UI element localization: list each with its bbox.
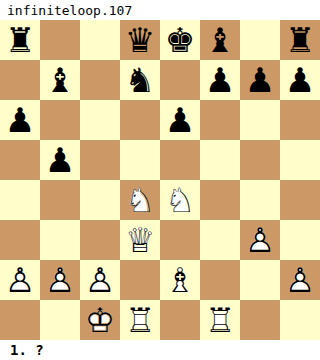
white-knight-piece-fill: ♞ bbox=[120, 180, 160, 220]
square-h2[interactable]: ♟♙ bbox=[280, 260, 320, 300]
square-a6[interactable]: ♟ bbox=[0, 100, 40, 140]
square-b6[interactable] bbox=[40, 100, 80, 140]
square-b4[interactable] bbox=[40, 180, 80, 220]
white-rook-piece-fill: ♜ bbox=[200, 300, 240, 340]
white-king-piece-fill: ♚ bbox=[80, 300, 120, 340]
square-b1[interactable] bbox=[40, 300, 80, 340]
black-rook-piece: ♜ bbox=[280, 20, 320, 60]
white-pawn-piece: ♙ bbox=[0, 260, 40, 300]
square-d4[interactable]: ♞♘ bbox=[120, 180, 160, 220]
white-queen-piece: ♕ bbox=[120, 220, 160, 260]
square-a3[interactable] bbox=[0, 220, 40, 260]
square-g1[interactable] bbox=[240, 300, 280, 340]
chess-board: ♜♛♚♝♜♝♞♟♟♟♟♟♟♞♘♞♘♛♕♟♙♟♙♟♙♟♙♝♗♟♙♚♔♜♖♜♖ bbox=[0, 20, 320, 340]
white-knight-piece: ♘ bbox=[160, 180, 200, 220]
square-f4[interactable] bbox=[200, 180, 240, 220]
square-h1[interactable] bbox=[280, 300, 320, 340]
black-pawn-piece: ♟ bbox=[280, 60, 320, 100]
square-a2[interactable]: ♟♙ bbox=[0, 260, 40, 300]
black-pawn-piece: ♟ bbox=[40, 140, 80, 180]
square-e6[interactable]: ♟ bbox=[160, 100, 200, 140]
square-h4[interactable] bbox=[280, 180, 320, 220]
square-g6[interactable] bbox=[240, 100, 280, 140]
square-g2[interactable] bbox=[240, 260, 280, 300]
square-d8[interactable]: ♛ bbox=[120, 20, 160, 60]
square-h6[interactable] bbox=[280, 100, 320, 140]
black-rook-piece: ♜ bbox=[0, 20, 40, 60]
square-b5[interactable]: ♟ bbox=[40, 140, 80, 180]
square-g8[interactable] bbox=[240, 20, 280, 60]
square-h8[interactable]: ♜ bbox=[280, 20, 320, 60]
square-e8[interactable]: ♚ bbox=[160, 20, 200, 60]
white-pawn-piece-fill: ♟ bbox=[40, 260, 80, 300]
square-a8[interactable]: ♜ bbox=[0, 20, 40, 60]
white-knight-piece: ♘ bbox=[120, 180, 160, 220]
black-bishop-piece: ♝ bbox=[40, 60, 80, 100]
black-bishop-piece: ♝ bbox=[200, 20, 240, 60]
square-c2[interactable]: ♟♙ bbox=[80, 260, 120, 300]
square-d5[interactable] bbox=[120, 140, 160, 180]
white-pawn-piece: ♙ bbox=[80, 260, 120, 300]
move-prompt: 1. ? bbox=[0, 340, 320, 360]
square-g4[interactable] bbox=[240, 180, 280, 220]
white-queen-piece-fill: ♛ bbox=[120, 220, 160, 260]
white-bishop-piece-fill: ♝ bbox=[160, 260, 200, 300]
square-c4[interactable] bbox=[80, 180, 120, 220]
square-c5[interactable] bbox=[80, 140, 120, 180]
square-f2[interactable] bbox=[200, 260, 240, 300]
square-h3[interactable] bbox=[280, 220, 320, 260]
square-a5[interactable] bbox=[0, 140, 40, 180]
white-knight-piece-fill: ♞ bbox=[160, 180, 200, 220]
square-f8[interactable]: ♝ bbox=[200, 20, 240, 60]
square-d1[interactable]: ♜♖ bbox=[120, 300, 160, 340]
square-c8[interactable] bbox=[80, 20, 120, 60]
square-e3[interactable] bbox=[160, 220, 200, 260]
square-e4[interactable]: ♞♘ bbox=[160, 180, 200, 220]
white-pawn-piece: ♙ bbox=[280, 260, 320, 300]
black-pawn-piece: ♟ bbox=[160, 100, 200, 140]
white-pawn-piece-fill: ♟ bbox=[280, 260, 320, 300]
square-f1[interactable]: ♜♖ bbox=[200, 300, 240, 340]
square-a1[interactable] bbox=[0, 300, 40, 340]
square-h5[interactable] bbox=[280, 140, 320, 180]
square-d3[interactable]: ♛♕ bbox=[120, 220, 160, 260]
white-pawn-piece-fill: ♟ bbox=[80, 260, 120, 300]
square-b7[interactable]: ♝ bbox=[40, 60, 80, 100]
white-bishop-piece: ♗ bbox=[160, 260, 200, 300]
black-king-piece: ♚ bbox=[160, 20, 200, 60]
square-e7[interactable] bbox=[160, 60, 200, 100]
square-c6[interactable] bbox=[80, 100, 120, 140]
square-f7[interactable]: ♟ bbox=[200, 60, 240, 100]
square-c3[interactable] bbox=[80, 220, 120, 260]
square-a4[interactable] bbox=[0, 180, 40, 220]
square-g5[interactable] bbox=[240, 140, 280, 180]
square-a7[interactable] bbox=[0, 60, 40, 100]
square-d6[interactable] bbox=[120, 100, 160, 140]
white-pawn-piece-fill: ♟ bbox=[240, 220, 280, 260]
square-f3[interactable] bbox=[200, 220, 240, 260]
black-pawn-piece: ♟ bbox=[240, 60, 280, 100]
square-b2[interactable]: ♟♙ bbox=[40, 260, 80, 300]
square-d2[interactable] bbox=[120, 260, 160, 300]
square-g3[interactable]: ♟♙ bbox=[240, 220, 280, 260]
square-f5[interactable] bbox=[200, 140, 240, 180]
black-queen-piece: ♛ bbox=[120, 20, 160, 60]
square-g7[interactable]: ♟ bbox=[240, 60, 280, 100]
white-pawn-piece: ♙ bbox=[40, 260, 80, 300]
black-knight-piece: ♞ bbox=[120, 60, 160, 100]
square-b3[interactable] bbox=[40, 220, 80, 260]
white-pawn-piece: ♙ bbox=[240, 220, 280, 260]
square-b8[interactable] bbox=[40, 20, 80, 60]
white-rook-piece: ♖ bbox=[120, 300, 160, 340]
square-h7[interactable]: ♟ bbox=[280, 60, 320, 100]
square-e1[interactable] bbox=[160, 300, 200, 340]
white-rook-piece: ♖ bbox=[200, 300, 240, 340]
puzzle-title: infiniteloop.107 bbox=[0, 0, 320, 20]
chess-puzzle-window: infiniteloop.107 ♜♛♚♝♜♝♞♟♟♟♟♟♟♞♘♞♘♛♕♟♙♟♙… bbox=[0, 0, 320, 360]
square-d7[interactable]: ♞ bbox=[120, 60, 160, 100]
white-rook-piece-fill: ♜ bbox=[120, 300, 160, 340]
square-c1[interactable]: ♚♔ bbox=[80, 300, 120, 340]
square-f6[interactable] bbox=[200, 100, 240, 140]
black-pawn-piece: ♟ bbox=[200, 60, 240, 100]
square-c7[interactable] bbox=[80, 60, 120, 100]
black-pawn-piece: ♟ bbox=[0, 100, 40, 140]
square-e2[interactable]: ♝♗ bbox=[160, 260, 200, 300]
white-pawn-piece-fill: ♟ bbox=[0, 260, 40, 300]
white-king-piece: ♔ bbox=[80, 300, 120, 340]
square-e5[interactable] bbox=[160, 140, 200, 180]
